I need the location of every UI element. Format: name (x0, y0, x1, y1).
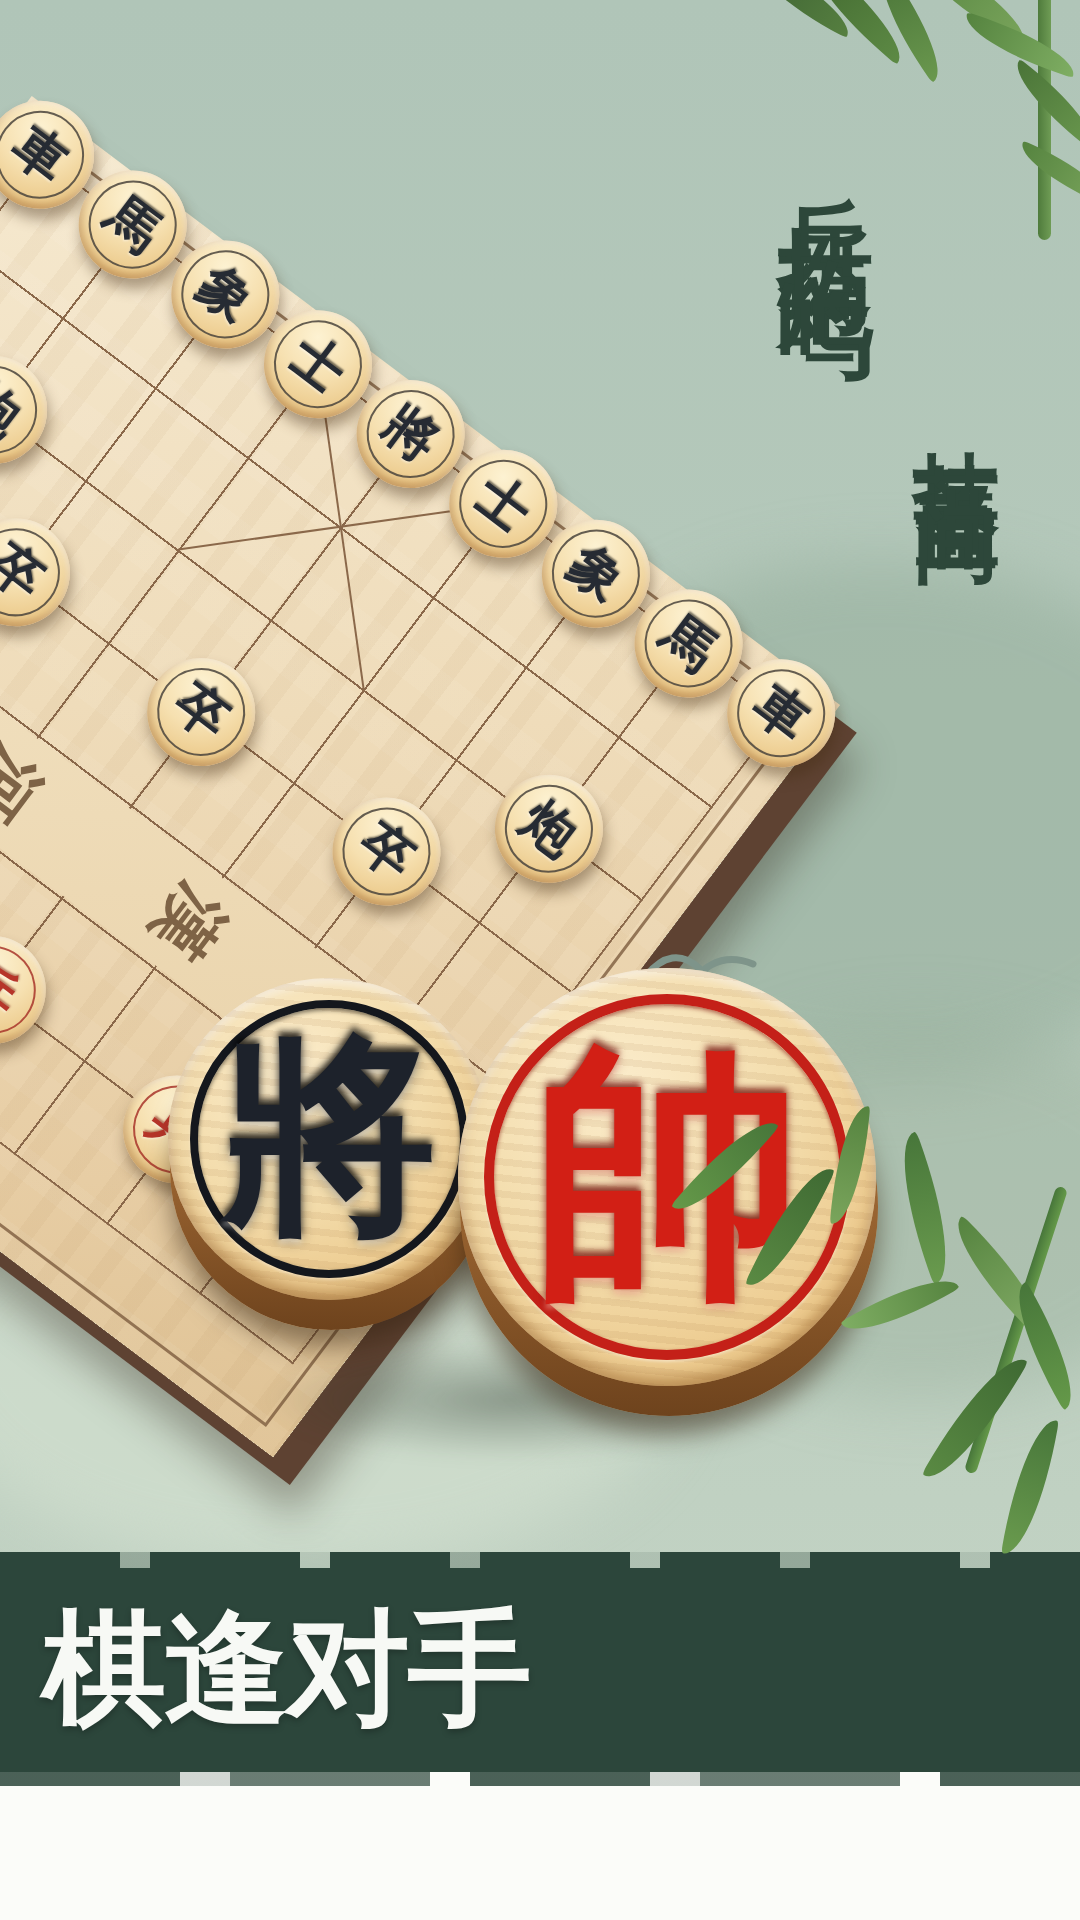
bamboo-leaf (901, 0, 1039, 47)
bamboo-leaf (958, 12, 1080, 78)
hero-piece-general-black: 將 (168, 978, 490, 1300)
general-black-character: 將 (168, 978, 490, 1300)
hero-piece-general-red: 帥 (458, 968, 876, 1386)
banner-band: 棋逢对手 (0, 1568, 1080, 1772)
slogan-column-1: 兵挺炮鸣 (762, 118, 892, 246)
bottom-margin (0, 1772, 1080, 1920)
bamboo-leaf (1001, 1415, 1059, 1559)
bamboo-leaf (742, 0, 860, 38)
general-red-character: 帥 (458, 968, 876, 1386)
bamboo-leaf (795, 0, 917, 65)
slogan-column-2: 技艺盖世间 (900, 382, 1017, 442)
bamboo-leaf (863, 0, 956, 83)
banner-text: 棋逢对手 (42, 1568, 530, 1772)
bamboo-stalk (1038, 0, 1051, 240)
bamboo-leaf (1013, 141, 1080, 205)
bamboo-leaf (1003, 59, 1080, 149)
splash-screen: 楚河漢界 車馬象士將士象馬車炮炮卒卒卒兵兵 兵挺炮鸣 技艺盖世间 將 帥 棋逢对… (0, 0, 1080, 1920)
